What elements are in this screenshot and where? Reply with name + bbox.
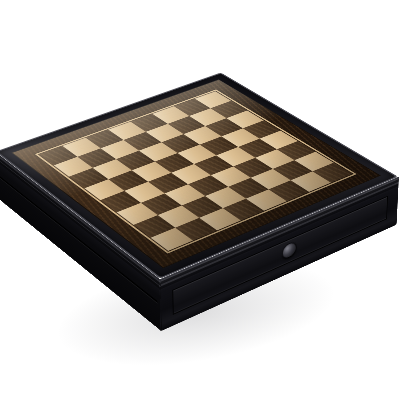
chess-set-product-photo: ♜♞♝♚♛♝♞♜♟♟♟♟♟♟♟♟♟♟♟♟♟♟♟♟♜♞♝♚♛♝♞♜: [0, 0, 400, 400]
pawn-icon: ♟: [53, 124, 94, 168]
chess-board-box: ♜♞♝♚♛♝♞♜♟♟♟♟♟♟♟♟♟♟♟♟♟♟♟♟♜♞♝♚♛♝♞♜: [0, 73, 398, 280]
drawer-knob[interactable]: [283, 241, 296, 259]
rook-icon: ♜: [145, 181, 202, 241]
scene: ♜♞♝♚♛♝♞♜♟♟♟♟♟♟♟♟♟♟♟♟♟♟♟♟♜♞♝♚♛♝♞♜: [0, 0, 400, 400]
